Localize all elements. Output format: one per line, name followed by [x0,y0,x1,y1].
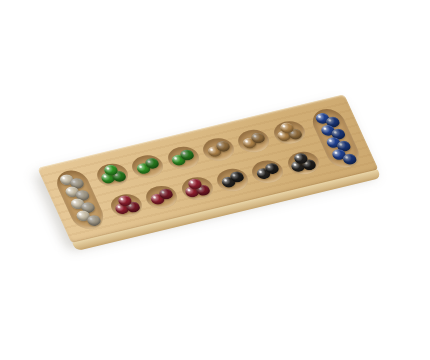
pit-front-3[interactable] [178,175,217,203]
photo-stage [0,0,430,360]
pit-back-6[interactable] [270,118,309,146]
pit-back-1[interactable] [93,161,132,189]
pit-front-5[interactable] [249,158,288,186]
pit-grid [88,114,327,224]
pit-back-3[interactable] [164,144,203,172]
pit-back-5[interactable] [234,127,273,155]
pit-front-4[interactable] [213,166,252,194]
pit-back-2[interactable] [128,152,167,180]
pit-back-4[interactable] [199,135,238,163]
mancala-board [37,94,379,244]
pit-front-1[interactable] [107,192,146,220]
pit-front-6[interactable] [284,149,323,177]
pit-front-2[interactable] [143,183,182,211]
